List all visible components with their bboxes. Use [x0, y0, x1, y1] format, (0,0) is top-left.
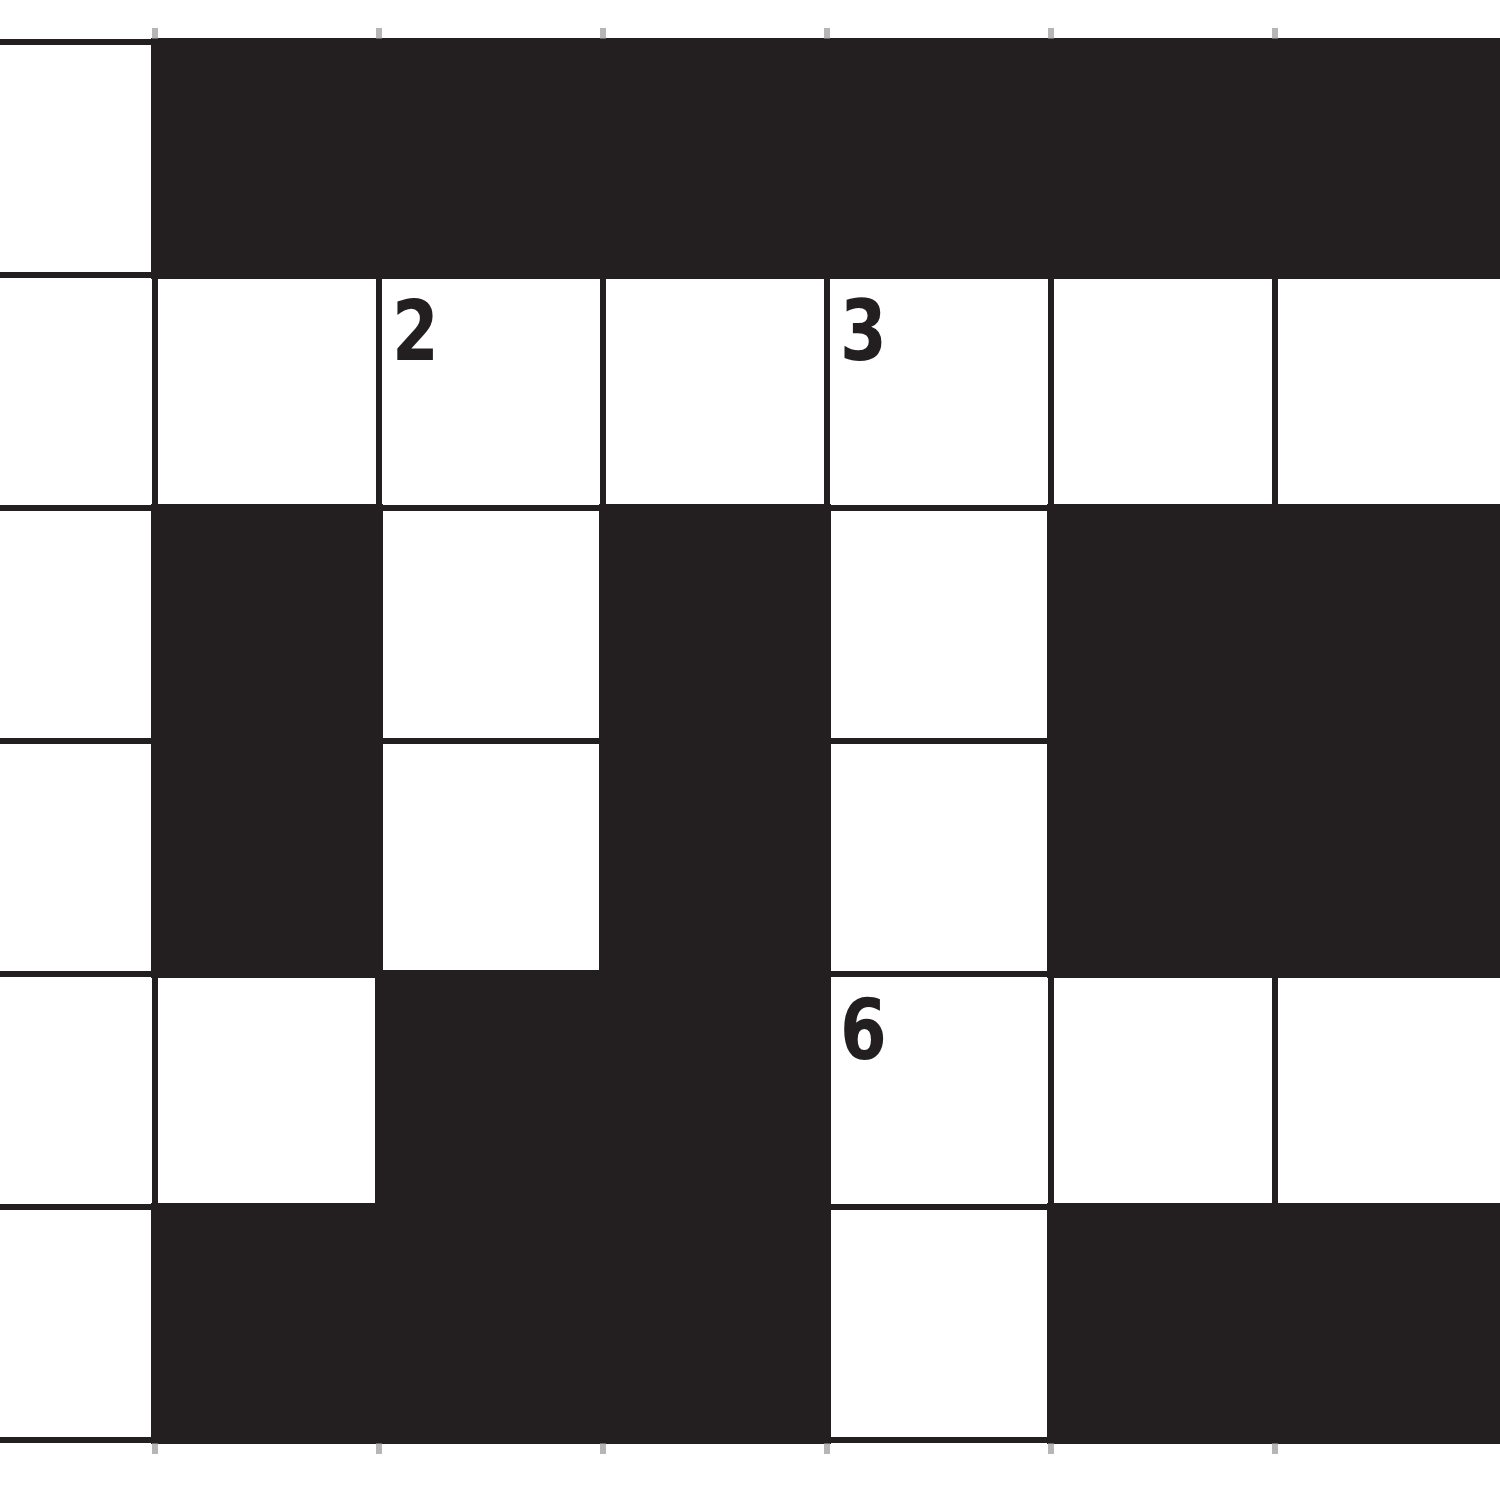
black-cell-r4-c5 [1047, 737, 1279, 978]
white-cell-r0-c0[interactable] [0, 0, 152, 39]
grid-line-stub-bottom-1 [152, 1442, 158, 1454]
white-cell-r7-c5[interactable] [1054, 1443, 1272, 1500]
white-cell-r0-c3[interactable] [606, 0, 824, 39]
white-cell-r2-c1[interactable] [158, 278, 376, 505]
black-cell-r1-c6 [1271, 38, 1500, 279]
black-cell-r1-c5 [1047, 38, 1279, 279]
white-cell-r5-c6[interactable] [1278, 977, 1500, 1204]
grid-line-stub-bottom-4 [824, 1442, 830, 1454]
grid-line-v-4 [824, 39, 830, 1443]
black-cell-r1-c4 [823, 38, 1055, 279]
white-cell-r3-c4[interactable] [830, 511, 1048, 738]
black-cell-r3-c6 [1271, 504, 1500, 745]
white-cell-r2-c2[interactable] [382, 278, 600, 505]
black-cell-r1-c1 [151, 38, 383, 279]
black-cell-r6-c3 [599, 1203, 831, 1444]
black-cell-r4-c6 [1271, 737, 1500, 978]
white-cell-r5-c5[interactable] [1054, 977, 1272, 1204]
white-cell-r7-c6[interactable] [1278, 1443, 1500, 1500]
black-cell-r1-c3 [599, 38, 831, 279]
white-cell-r5-c1[interactable] [158, 977, 376, 1204]
grid-line-v-5 [1048, 39, 1054, 1443]
black-cell-r3-c1 [151, 504, 383, 745]
grid-line-stub-bottom-3 [600, 1442, 606, 1454]
white-cell-r4-c2[interactable] [382, 744, 600, 971]
black-cell-r4-c1 [151, 737, 383, 978]
white-cell-r0-c2[interactable] [382, 0, 600, 39]
white-cell-r6-c4[interactable] [830, 1210, 1048, 1437]
white-cell-r7-c2[interactable] [382, 1443, 600, 1500]
black-cell-r5-c3 [599, 970, 831, 1211]
grid-line-stub-bottom-2 [376, 1442, 382, 1454]
white-cell-r3-c2[interactable] [382, 511, 600, 738]
black-cell-r1-c2 [375, 38, 607, 279]
white-cell-r2-c3[interactable] [606, 278, 824, 505]
white-cell-r3-c0[interactable] [0, 511, 152, 738]
white-cell-r2-c4[interactable] [830, 278, 1048, 505]
white-cell-r4-c0[interactable] [0, 744, 152, 971]
grid-line-v-6 [1272, 39, 1278, 1443]
grid-line-v-1 [152, 39, 158, 1443]
crossword-board: 236 [0, 0, 1500, 1500]
grid-line-stub-bottom-5 [1048, 1442, 1054, 1454]
black-cell-r6-c1 [151, 1203, 383, 1444]
white-cell-r5-c0[interactable] [0, 977, 152, 1204]
white-cell-r7-c4[interactable] [830, 1443, 1048, 1500]
white-cell-r7-c0[interactable] [0, 1443, 152, 1500]
black-cell-r4-c3 [599, 737, 831, 978]
grid-line-stub-bottom-6 [1272, 1442, 1278, 1454]
black-cell-r6-c5 [1047, 1203, 1279, 1444]
white-cell-r2-c5[interactable] [1054, 278, 1272, 505]
white-cell-r2-c0[interactable] [0, 278, 152, 505]
white-cell-r1-c0[interactable] [0, 45, 152, 272]
black-cell-r6-c6 [1271, 1203, 1500, 1444]
white-cell-r0-c6[interactable] [1278, 0, 1500, 39]
white-cell-r6-c0[interactable] [0, 1210, 152, 1437]
white-cell-r0-c5[interactable] [1054, 0, 1272, 39]
grid-line-v-2 [376, 39, 382, 1443]
grid-line-v-3 [600, 39, 606, 1443]
white-cell-r7-c1[interactable] [158, 1443, 376, 1500]
white-cell-r0-c4[interactable] [830, 0, 1048, 39]
black-cell-r3-c3 [599, 504, 831, 745]
black-cell-r5-c2 [375, 970, 607, 1211]
white-cell-r7-c3[interactable] [606, 1443, 824, 1500]
white-cell-r2-c6[interactable] [1278, 278, 1500, 505]
white-cell-r4-c4[interactable] [830, 744, 1048, 971]
white-cell-r0-c1[interactable] [158, 0, 376, 39]
black-cell-r6-c2 [375, 1203, 607, 1444]
white-cell-r5-c4[interactable] [830, 977, 1048, 1204]
black-cell-r3-c5 [1047, 504, 1279, 745]
